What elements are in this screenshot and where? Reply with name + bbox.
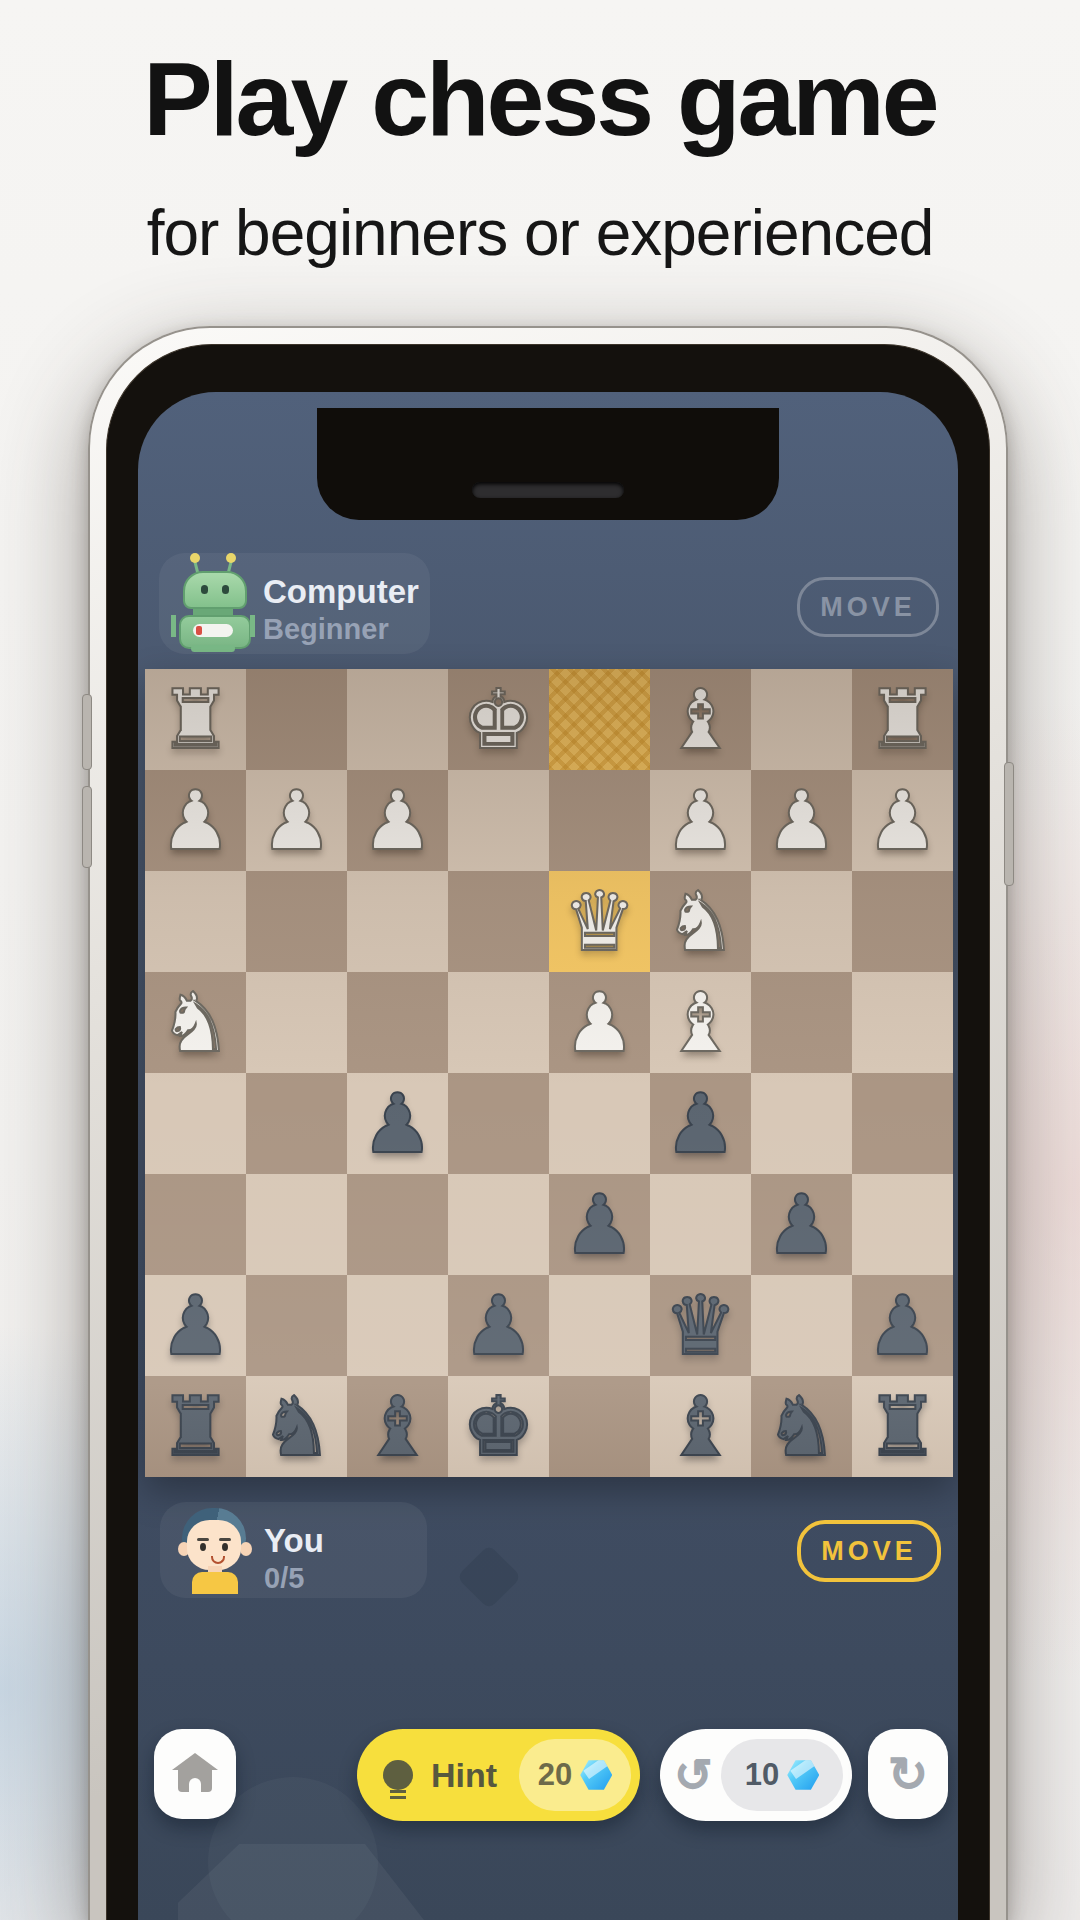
square-2-7[interactable] <box>852 871 953 972</box>
move-indicator-bottom: MOVE <box>797 1520 941 1582</box>
black-pawn: ♟ <box>361 1073 435 1174</box>
white-bishop: ♝ <box>664 669 738 770</box>
square-3-2[interactable] <box>347 972 448 1073</box>
black-knight: ♞ <box>765 1376 839 1477</box>
square-4-5[interactable]: ♟ <box>650 1073 751 1174</box>
square-2-3[interactable] <box>448 871 549 972</box>
square-7-5[interactable]: ♝ <box>650 1376 751 1477</box>
square-5-6[interactable]: ♟ <box>751 1174 852 1275</box>
square-1-7[interactable]: ♟ <box>852 770 953 871</box>
square-0-0[interactable]: ♜ <box>145 669 246 770</box>
black-rook: ♜ <box>866 1376 940 1477</box>
poster-subtitle: for beginners or experienced <box>0 196 1080 270</box>
white-pawn: ♟ <box>866 770 940 871</box>
undo-button[interactable]: ↺ 10 <box>660 1729 852 1821</box>
square-7-4[interactable] <box>549 1376 650 1477</box>
square-6-6[interactable] <box>751 1275 852 1376</box>
black-knight: ♞ <box>260 1376 334 1477</box>
square-5-5[interactable] <box>650 1174 751 1275</box>
square-4-6[interactable] <box>751 1073 852 1174</box>
volume-button <box>82 694 92 770</box>
white-pawn: ♟ <box>159 770 233 871</box>
redo-icon: ↻ <box>888 1746 928 1802</box>
black-bishop: ♝ <box>664 1376 738 1477</box>
square-1-1[interactable]: ♟ <box>246 770 347 871</box>
black-pawn: ♟ <box>462 1275 536 1376</box>
square-7-6[interactable]: ♞ <box>751 1376 852 1477</box>
black-bishop: ♝ <box>361 1376 435 1477</box>
volume-button <box>82 786 92 868</box>
black-pawn: ♟ <box>866 1275 940 1376</box>
poster-title: Play chess game <box>0 40 1080 159</box>
square-6-1[interactable] <box>246 1275 347 1376</box>
top-player-card: Computer Beginner <box>159 553 430 654</box>
square-5-4[interactable]: ♟ <box>549 1174 650 1275</box>
square-4-3[interactable] <box>448 1073 549 1174</box>
white-pawn: ♟ <box>260 770 334 871</box>
robot-avatar <box>167 557 259 649</box>
square-2-1[interactable] <box>246 871 347 972</box>
square-0-4[interactable] <box>549 669 650 770</box>
speaker-icon <box>472 482 624 498</box>
square-3-0[interactable]: ♞ <box>145 972 246 1073</box>
home-icon-body <box>178 1768 212 1792</box>
square-1-5[interactable]: ♟ <box>650 770 751 871</box>
square-1-3[interactable] <box>448 770 549 871</box>
hint-gem-count: 20 <box>538 1757 572 1793</box>
square-6-5[interactable]: ♛ <box>650 1275 751 1376</box>
square-3-5[interactable]: ♝ <box>650 972 751 1073</box>
chess-board: ♜♚♝♜♟♟♟♟♟♟♛♞♞♟♝♟♟♟♟♟♟♛♟♜♞♝♚♝♞♜ <box>145 669 953 1477</box>
black-queen: ♛ <box>664 1275 738 1376</box>
square-4-1[interactable] <box>246 1073 347 1174</box>
poster-background: Play chess game for beginners or experie… <box>0 0 1080 1920</box>
square-3-4[interactable]: ♟ <box>549 972 650 1073</box>
square-0-1[interactable] <box>246 669 347 770</box>
square-6-7[interactable]: ♟ <box>852 1275 953 1376</box>
home-button[interactable] <box>154 1729 236 1819</box>
black-pawn: ♟ <box>563 1174 637 1275</box>
white-rook: ♜ <box>866 669 940 770</box>
black-pawn: ♟ <box>664 1073 738 1174</box>
white-pawn: ♟ <box>563 972 637 1073</box>
square-4-4[interactable] <box>549 1073 650 1174</box>
square-1-0[interactable]: ♟ <box>145 770 246 871</box>
white-knight: ♞ <box>664 871 738 972</box>
undo-gem-count: 10 <box>745 1757 779 1793</box>
square-7-1[interactable]: ♞ <box>246 1376 347 1477</box>
power-button <box>1004 762 1014 886</box>
square-0-6[interactable] <box>751 669 852 770</box>
square-5-2[interactable] <box>347 1174 448 1275</box>
square-5-7[interactable] <box>852 1174 953 1275</box>
white-rook: ♜ <box>159 669 233 770</box>
black-pawn: ♟ <box>765 1174 839 1275</box>
square-4-0[interactable] <box>145 1073 246 1174</box>
black-king: ♚ <box>462 1376 536 1477</box>
square-5-3[interactable] <box>448 1174 549 1275</box>
white-bishop: ♝ <box>664 972 738 1073</box>
square-4-7[interactable] <box>852 1073 953 1174</box>
top-player-level: Beginner <box>263 613 389 646</box>
square-7-7[interactable]: ♜ <box>852 1376 953 1477</box>
move-indicator-top: MOVE <box>797 577 939 637</box>
phone-screen: Computer Beginner MOVE ♜♚♝♜♟♟♟♟♟♟♛♞♞♟♝♟♟… <box>138 392 958 1920</box>
square-6-4[interactable] <box>549 1275 650 1376</box>
square-0-5[interactable]: ♝ <box>650 669 751 770</box>
gem-icon <box>580 1759 612 1791</box>
white-pawn: ♟ <box>361 770 435 871</box>
square-3-3[interactable] <box>448 972 549 1073</box>
square-2-4[interactable]: ♛ <box>549 871 650 972</box>
phone-notch <box>317 408 779 520</box>
gem-icon <box>787 1759 819 1791</box>
white-pawn: ♟ <box>765 770 839 871</box>
square-1-2[interactable]: ♟ <box>347 770 448 871</box>
hint-label: Hint <box>431 1756 497 1795</box>
square-7-0[interactable]: ♜ <box>145 1376 246 1477</box>
redo-button[interactable]: ↻ <box>868 1729 948 1819</box>
white-king: ♚ <box>462 669 536 770</box>
lightbulb-icon <box>383 1760 413 1790</box>
square-0-7[interactable]: ♜ <box>852 669 953 770</box>
white-queen: ♛ <box>563 871 637 972</box>
square-3-7[interactable] <box>852 972 953 1073</box>
square-0-3[interactable]: ♚ <box>448 669 549 770</box>
phone-frame: Computer Beginner MOVE ♜♚♝♜♟♟♟♟♟♟♛♞♞♟♝♟♟… <box>88 326 1008 1920</box>
square-2-0[interactable] <box>145 871 246 972</box>
black-rook: ♜ <box>159 1376 233 1477</box>
square-6-3[interactable]: ♟ <box>448 1275 549 1376</box>
bottom-player-progress: 0/5 <box>264 1562 304 1595</box>
square-2-5[interactable]: ♞ <box>650 871 751 972</box>
hint-cost-pill: 20 <box>519 1739 631 1811</box>
square-6-2[interactable] <box>347 1275 448 1376</box>
square-1-6[interactable]: ♟ <box>751 770 852 871</box>
square-7-3[interactable]: ♚ <box>448 1376 549 1477</box>
square-2-2[interactable] <box>347 871 448 972</box>
square-7-2[interactable]: ♝ <box>347 1376 448 1477</box>
square-5-1[interactable] <box>246 1174 347 1275</box>
skyline-decoration <box>178 1844 518 1920</box>
undo-cost-pill: 10 <box>721 1739 843 1811</box>
square-2-6[interactable] <box>751 871 852 972</box>
hint-button[interactable]: Hint 20 <box>357 1729 640 1821</box>
black-pawn: ♟ <box>159 1275 233 1376</box>
square-5-0[interactable] <box>145 1174 246 1275</box>
square-3-6[interactable] <box>751 972 852 1073</box>
boy-avatar <box>170 1506 260 1596</box>
square-3-1[interactable] <box>246 972 347 1073</box>
bottom-player-card: You 0/5 <box>160 1502 427 1598</box>
undo-icon: ↺ <box>674 1748 713 1802</box>
bottom-player-name: You <box>264 1522 324 1560</box>
top-player-name: Computer <box>263 573 419 611</box>
diamond-decoration <box>456 1544 521 1609</box>
square-6-0[interactable]: ♟ <box>145 1275 246 1376</box>
square-4-2[interactable]: ♟ <box>347 1073 448 1174</box>
white-pawn: ♟ <box>664 770 738 871</box>
square-1-4[interactable] <box>549 770 650 871</box>
white-knight: ♞ <box>159 972 233 1073</box>
square-0-2[interactable] <box>347 669 448 770</box>
